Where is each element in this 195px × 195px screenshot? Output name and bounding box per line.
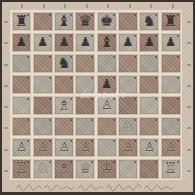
square-a2[interactable]: ♙ bbox=[12, 138, 32, 158]
square-f3[interactable]: ♘ bbox=[118, 117, 138, 137]
square-f1[interactable] bbox=[118, 159, 138, 179]
square-h7[interactable]: ♟ bbox=[161, 33, 181, 53]
square-g6[interactable] bbox=[139, 54, 159, 74]
square-e5[interactable]: ♟ bbox=[97, 75, 117, 95]
square-h4[interactable] bbox=[161, 96, 181, 116]
piece-black-pawn: ♟ bbox=[161, 33, 181, 53]
piece-white-pawn: ♙ bbox=[54, 138, 74, 158]
square-c5[interactable] bbox=[54, 75, 74, 95]
piece-white-queen: ♕ bbox=[75, 159, 95, 179]
square-h6[interactable] bbox=[161, 54, 181, 74]
piece-white-king: ♔ bbox=[97, 159, 117, 179]
piece-white-rook: ♖ bbox=[12, 159, 32, 179]
square-b7[interactable]: ♟ bbox=[33, 33, 53, 53]
piece-black-rook: ♜ bbox=[12, 12, 32, 32]
margin-ticks-right bbox=[187, 12, 191, 180]
piece-white-pawn: ♙ bbox=[12, 138, 32, 158]
square-g8[interactable]: ♞ bbox=[139, 12, 159, 32]
square-c8[interactable]: ♝ bbox=[54, 12, 74, 32]
square-c6[interactable]: ♞ bbox=[54, 54, 74, 74]
piece-black-bishop: ♝ bbox=[54, 12, 74, 32]
square-d6[interactable] bbox=[75, 54, 95, 74]
piece-white-bishop: ♗ bbox=[54, 96, 74, 116]
piece-white-knight: ♘ bbox=[33, 159, 53, 179]
square-f4[interactable] bbox=[118, 96, 138, 116]
square-d1[interactable]: ♕ bbox=[75, 159, 95, 179]
square-f7[interactable]: ♟ bbox=[118, 33, 138, 53]
piece-black-rook: ♜ bbox=[161, 12, 181, 32]
square-c3[interactable] bbox=[54, 117, 74, 137]
square-d4[interactable] bbox=[75, 96, 95, 116]
piece-black-pawn: ♟ bbox=[97, 75, 117, 95]
piece-white-pawn: ♙ bbox=[97, 96, 117, 116]
square-b6[interactable] bbox=[33, 54, 53, 74]
square-d3[interactable] bbox=[75, 117, 95, 137]
square-d7[interactable]: ♟ bbox=[75, 33, 95, 53]
square-f6[interactable] bbox=[118, 54, 138, 74]
piece-black-pawn: ♟ bbox=[75, 33, 95, 53]
square-b4[interactable] bbox=[33, 96, 53, 116]
margin-ticks-left bbox=[4, 12, 8, 180]
piece-black-queen: ♛ bbox=[75, 12, 95, 32]
piece-white-bishop: ♗ bbox=[54, 159, 74, 179]
square-b5[interactable] bbox=[33, 75, 53, 95]
square-g2[interactable]: ♙ bbox=[139, 138, 159, 158]
square-e4[interactable]: ♙ bbox=[97, 96, 117, 116]
handwritten-inscription bbox=[15, 182, 183, 191]
square-b2[interactable]: ♙ bbox=[33, 138, 53, 158]
piece-black-pawn: ♟ bbox=[12, 33, 32, 53]
square-b8[interactable] bbox=[33, 12, 53, 32]
square-h8[interactable]: ♜ bbox=[161, 12, 181, 32]
piece-black-knight: ♞ bbox=[54, 54, 74, 74]
square-h5[interactable] bbox=[161, 75, 181, 95]
square-c1[interactable]: ♗ bbox=[54, 159, 74, 179]
piece-white-pawn: ♙ bbox=[118, 138, 138, 158]
square-g3[interactable] bbox=[139, 117, 159, 137]
square-e8[interactable]: ♚ bbox=[97, 12, 117, 32]
square-e7[interactable]: ♝ bbox=[97, 33, 117, 53]
square-c7[interactable]: ♟ bbox=[54, 33, 74, 53]
piece-black-pawn: ♟ bbox=[118, 33, 138, 53]
square-g7[interactable]: ♟ bbox=[139, 33, 159, 53]
chess-board: ♜♝♛♚♞♜♟♟♟♟♝♟♟♟♞♟♗♙♘♙♙♙♙♙♙♙♖♘♗♕♔♖ bbox=[10, 10, 182, 180]
piece-white-pawn: ♙ bbox=[161, 138, 181, 158]
square-g5[interactable] bbox=[139, 75, 159, 95]
square-h2[interactable]: ♙ bbox=[161, 138, 181, 158]
square-e2[interactable] bbox=[97, 138, 117, 158]
square-a3[interactable] bbox=[12, 117, 32, 137]
square-h1[interactable]: ♖ bbox=[161, 159, 181, 179]
piece-black-pawn: ♟ bbox=[54, 33, 74, 53]
square-e6[interactable] bbox=[97, 54, 117, 74]
piece-black-king: ♚ bbox=[97, 12, 117, 32]
square-c2[interactable]: ♙ bbox=[54, 138, 74, 158]
square-a5[interactable] bbox=[12, 75, 32, 95]
square-b3[interactable] bbox=[33, 117, 53, 137]
piece-white-pawn: ♙ bbox=[33, 138, 53, 158]
square-a4[interactable] bbox=[12, 96, 32, 116]
square-a8[interactable]: ♜ bbox=[12, 12, 32, 32]
square-g1[interactable] bbox=[139, 159, 159, 179]
square-d5[interactable] bbox=[75, 75, 95, 95]
piece-white-pawn: ♙ bbox=[139, 138, 159, 158]
piece-white-rook: ♖ bbox=[161, 159, 181, 179]
stamp-sheet-photo: ♜♝♛♚♞♜♟♟♟♟♝♟♟♟♞♟♗♙♘♙♙♙♙♙♙♙♖♘♗♕♔♖ dorabot… bbox=[0, 0, 195, 195]
square-d8[interactable]: ♛ bbox=[75, 12, 95, 32]
piece-white-knight: ♘ bbox=[118, 117, 138, 137]
square-b1[interactable]: ♘ bbox=[33, 159, 53, 179]
piece-black-knight: ♞ bbox=[139, 12, 159, 32]
piece-black-pawn: ♟ bbox=[33, 33, 53, 53]
square-d2[interactable]: ♙ bbox=[75, 138, 95, 158]
square-h3[interactable] bbox=[161, 117, 181, 137]
margin-ticks-top bbox=[12, 4, 182, 8]
square-g4[interactable] bbox=[139, 96, 159, 116]
square-f8[interactable] bbox=[118, 12, 138, 32]
square-e3[interactable] bbox=[97, 117, 117, 137]
square-a6[interactable] bbox=[12, 54, 32, 74]
square-a1[interactable]: ♖ bbox=[12, 159, 32, 179]
square-c4[interactable]: ♗ bbox=[54, 96, 74, 116]
square-f2[interactable]: ♙ bbox=[118, 138, 138, 158]
piece-white-pawn: ♙ bbox=[75, 138, 95, 158]
piece-black-bishop: ♝ bbox=[97, 33, 117, 53]
square-f5[interactable] bbox=[118, 75, 138, 95]
square-a7[interactable]: ♟ bbox=[12, 33, 32, 53]
piece-black-pawn: ♟ bbox=[139, 33, 159, 53]
square-e1[interactable]: ♔ bbox=[97, 159, 117, 179]
